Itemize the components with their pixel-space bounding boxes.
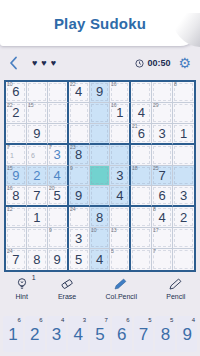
cage-sum: 17: [153, 228, 159, 234]
pencil-note: 1: [10, 151, 14, 158]
hint-label: Hint: [15, 293, 27, 300]
cell-r2c8[interactable]: 1: [173, 124, 194, 145]
numpad-key-4[interactable]: 43: [68, 316, 88, 352]
cell-digit: 6: [159, 189, 166, 202]
cage-sum: 8: [174, 82, 177, 88]
cell-digit: 3: [159, 127, 166, 140]
cell-r0c6[interactable]: [131, 82, 152, 103]
cell-r7c7[interactable]: 17: [152, 228, 173, 249]
cell-r5c5[interactable]: 4: [110, 186, 131, 207]
cell-r6c5[interactable]: [110, 207, 131, 228]
cell-r7c0[interactable]: [6, 228, 27, 249]
cell-r7c5[interactable]: 13: [110, 228, 131, 249]
cage-sum: 24: [70, 207, 76, 213]
numpad-key-2[interactable]: 26: [25, 316, 45, 352]
cell-r0c2[interactable]: [48, 82, 69, 103]
cage-sum: 8: [153, 207, 156, 213]
cell-r4c8[interactable]: [173, 166, 194, 187]
cage-sum: 20: [49, 186, 55, 192]
key-remaining-count: 6: [126, 317, 129, 323]
hint-count-badge: 1: [32, 274, 36, 281]
cell-r6c3[interactable]: 24: [69, 207, 90, 228]
cage-sum: 15: [28, 103, 34, 109]
cage-sum: 13: [111, 228, 117, 234]
cell-r7c3[interactable]: 3: [69, 228, 90, 249]
cage-sum: 18: [132, 166, 138, 172]
cell-r8c4[interactable]: 4: [90, 249, 111, 270]
cell-r0c5[interactable]: 16: [110, 82, 131, 103]
lives: ♥♥♥: [32, 59, 56, 68]
numpad: 162634435766758594: [0, 314, 200, 354]
board: 6104229168222151164299621317163782391524…: [4, 80, 196, 272]
cell-digit: 1: [180, 127, 187, 140]
cell-r2c3[interactable]: [69, 124, 90, 145]
cell-digit: 4: [54, 169, 61, 182]
key-remaining-count: 4: [192, 317, 195, 323]
cell-r4c0[interactable]: 915: [6, 166, 27, 187]
cell-r5c2[interactable]: 520: [48, 186, 69, 207]
hint-button[interactable]: 1 Hint: [15, 277, 29, 300]
key-digit: 6: [117, 326, 126, 343]
cage-sum: 23: [70, 145, 76, 151]
cage-sum: 21: [132, 124, 138, 130]
cell-r7c1[interactable]: [27, 228, 48, 249]
cell-r6c6[interactable]: [131, 207, 152, 228]
key-remaining-count: 5: [170, 317, 173, 323]
cell-digit: 6: [138, 127, 145, 140]
cell-r8c2[interactable]: 9: [48, 249, 69, 270]
cage-sum: 10: [91, 228, 97, 234]
action-bar: 1 Hint Erase Col.Pencil: [0, 274, 200, 312]
cell-digit: 2: [180, 211, 187, 224]
cell-r0c1[interactable]: [27, 82, 48, 103]
cage-sum: 15: [7, 166, 13, 172]
cell-digit: 8: [75, 148, 82, 161]
cell-r3c8[interactable]: [173, 145, 194, 166]
cell-digit: 8: [33, 253, 40, 266]
cell-r5c4[interactable]: [90, 186, 111, 207]
cell-digit: 3: [116, 169, 123, 182]
cell-r0c4[interactable]: 9: [90, 82, 111, 103]
pencil-note: 6: [31, 151, 35, 158]
numpad-key-6[interactable]: 66: [112, 316, 132, 352]
cell-r6c0[interactable]: 12: [6, 207, 27, 228]
page-curl-decoration: [171, 13, 200, 47]
cell-r8c6[interactable]: [131, 249, 152, 270]
key-remaining-count: 3: [83, 317, 86, 323]
key-digit: 4: [74, 326, 83, 343]
cell-r5c1[interactable]: 7: [27, 186, 48, 207]
color-pencil-label: Col.Pencil: [105, 293, 137, 300]
erase-button[interactable]: Erase: [58, 277, 76, 300]
cell-r6c8[interactable]: 2: [173, 207, 194, 228]
key-digit: 2: [30, 326, 39, 343]
cell-r1c3[interactable]: [69, 103, 90, 124]
cell-r2c2[interactable]: [48, 124, 69, 145]
cell-r8c3[interactable]: 5: [69, 249, 90, 270]
cell-r7c4[interactable]: 10: [90, 228, 111, 249]
cell-r5c3[interactable]: 9: [69, 186, 90, 207]
key-remaining-count: 7: [105, 317, 108, 323]
cell-digit: 4: [116, 189, 123, 202]
settings-button[interactable]: ⚙: [178, 56, 191, 70]
cell-r8c1[interactable]: 8: [27, 249, 48, 270]
cell-digit: 7: [159, 169, 166, 182]
cell-digit: 8: [12, 189, 19, 202]
cell-r4c1[interactable]: 2: [27, 166, 48, 187]
cell-digit: 3: [54, 148, 61, 161]
cell-r3c4[interactable]: [90, 145, 111, 166]
cell-r4c7[interactable]: 725: [152, 166, 173, 187]
cell-r8c8[interactable]: [173, 249, 194, 270]
cell-r1c7[interactable]: 29: [152, 103, 173, 124]
numpad-key-3[interactable]: 34: [47, 316, 67, 352]
back-chevron-icon: [9, 56, 18, 70]
key-digit: 9: [182, 326, 191, 343]
cell-digit: 8: [96, 211, 103, 224]
cell-r4c4[interactable]: [90, 166, 111, 187]
cell-digit: 4: [159, 211, 166, 224]
cell-r7c6[interactable]: [131, 228, 152, 249]
key-remaining-count: 6: [17, 317, 20, 323]
cell-digit: 2: [33, 169, 40, 182]
cell-digit: 1: [33, 211, 40, 224]
cage-sum: 7: [49, 145, 52, 151]
cell-r1c6[interactable]: 4: [131, 103, 152, 124]
cage-sum: 25: [153, 166, 159, 172]
numpad-key-5[interactable]: 57: [90, 316, 110, 352]
cell-r3c3[interactable]: 823: [69, 145, 90, 166]
cage-sum: 29: [153, 103, 159, 109]
cell-r8c7[interactable]: 7: [152, 249, 173, 270]
cell-r1c4[interactable]: [90, 103, 111, 124]
page-title: Play Sudoku: [54, 15, 146, 32]
cell-digit: 2: [12, 106, 19, 119]
cell-r6c4[interactable]: 8: [90, 207, 111, 228]
timer-value: 00:50: [147, 58, 170, 68]
heart-icon: ♥: [41, 59, 46, 68]
cell-r1c5[interactable]: 116: [110, 103, 131, 124]
cell-digit: 6: [12, 85, 19, 98]
cell-r5c7[interactable]: 6: [152, 186, 173, 207]
cage-sum: 16: [111, 103, 117, 109]
cell-r5c6[interactable]: [131, 186, 152, 207]
cell-digit: 5: [75, 253, 82, 266]
cage-sum: 7: [153, 249, 156, 255]
cell-r1c8[interactable]: [173, 103, 194, 124]
cage-sum: 9: [49, 228, 52, 234]
cell-r2c7[interactable]: 3: [152, 124, 173, 145]
hint-bulb-icon: 1: [15, 277, 29, 291]
numpad-key-9[interactable]: 94: [177, 316, 197, 352]
cell-r3c7[interactable]: [152, 145, 173, 166]
cage-sum: 22: [70, 82, 76, 88]
cell-r2c4[interactable]: [90, 124, 111, 145]
cell-r7c8[interactable]: [173, 228, 194, 249]
cell-r2c6[interactable]: 621: [131, 124, 152, 145]
cage-sum: 9: [70, 166, 73, 172]
key-digit: 3: [52, 326, 61, 343]
cage-sum: 16: [111, 82, 117, 88]
cage-sum: 7: [7, 145, 10, 151]
cage-sum: 5: [111, 249, 114, 255]
cell-r4c3[interactable]: 9: [69, 166, 90, 187]
cell-digit: 3: [180, 189, 187, 202]
cell-r1c0[interactable]: 222: [6, 103, 27, 124]
key-digit: 1: [8, 326, 17, 343]
cell-r2c0[interactable]: [6, 124, 27, 145]
timer: 00:50: [135, 58, 170, 68]
clock-icon: [135, 59, 144, 68]
cell-r6c2[interactable]: [48, 207, 69, 228]
cell-r0c0[interactable]: 610: [6, 82, 27, 103]
color-pencil-button[interactable]: Col.Pencil: [105, 277, 137, 300]
cage-sum: 10: [7, 82, 13, 88]
cell-r6c1[interactable]: 1: [27, 207, 48, 228]
cage-sum: 22: [7, 103, 13, 109]
cage-sum: 24: [7, 249, 13, 255]
pencil-label: Pencil: [166, 293, 185, 300]
cell-r1c2[interactable]: [48, 103, 69, 124]
cell-r2c1[interactable]: 9: [27, 124, 48, 145]
cell-r5c0[interactable]: 816: [6, 186, 27, 207]
key-digit: 5: [95, 326, 104, 343]
cell-r1c1[interactable]: 15: [27, 103, 48, 124]
cell-r0c7[interactable]: [152, 82, 173, 103]
key-remaining-count: 4: [61, 317, 64, 323]
cell-digit: 9: [33, 127, 40, 140]
cell-r2c5[interactable]: [110, 124, 131, 145]
cell-r3c0[interactable]: 71: [6, 145, 27, 166]
app-screen: Play Sudoku ♥♥♥ 00:50 ⚙ 6104229168222151…: [0, 0, 200, 356]
eraser-icon: [59, 277, 75, 291]
cell-r4c6[interactable]: 18: [131, 166, 152, 187]
cell-digit: 4: [138, 106, 145, 119]
cell-r7c2[interactable]: 9: [48, 228, 69, 249]
cell-r8c0[interactable]: 724: [6, 249, 27, 270]
cell-r3c2[interactable]: 37: [48, 145, 69, 166]
cell-digit: 3: [75, 232, 82, 245]
pencil-icon: [168, 277, 184, 291]
cell-digit: 4: [75, 85, 82, 98]
key-digit: 7: [139, 326, 148, 343]
cell-r4c2[interactable]: 4: [48, 166, 69, 187]
cell-digit: 9: [75, 189, 82, 202]
cell-r3c6[interactable]: [131, 145, 152, 166]
cage-sum: 12: [7, 207, 13, 213]
numpad-key-1[interactable]: 16: [3, 316, 23, 352]
heart-icon: ♥: [51, 59, 56, 68]
cell-r0c3[interactable]: 422: [69, 82, 90, 103]
cell-r4c5[interactable]: 3: [110, 166, 131, 187]
cell-digit: 7: [12, 253, 19, 266]
cell-digit: 9: [96, 85, 103, 98]
numpad-key-8[interactable]: 85: [155, 316, 175, 352]
title-banner: Play Sudoku: [0, 0, 200, 46]
color-pencil-icon: [113, 277, 129, 291]
cage-sum: 16: [7, 186, 13, 192]
cell-r6c7[interactable]: 48: [152, 207, 173, 228]
erase-label: Erase: [58, 293, 76, 300]
cell-r0c8[interactable]: 8: [173, 82, 194, 103]
cell-r3c5[interactable]: [110, 145, 131, 166]
cell-digit: 9: [12, 169, 19, 182]
back-button[interactable]: [9, 56, 18, 70]
pencil-button[interactable]: Pencil: [166, 277, 185, 300]
key-digit: 8: [161, 326, 170, 343]
gear-icon: ⚙: [178, 55, 191, 71]
cell-r3c1[interactable]: 6: [27, 145, 48, 166]
key-remaining-count: 6: [39, 317, 42, 323]
game-toolbar: ♥♥♥ 00:50 ⚙: [0, 50, 200, 76]
cell-r5c8[interactable]: 3: [173, 186, 194, 207]
cell-r8c5[interactable]: 5: [110, 249, 131, 270]
cell-digit: 1: [116, 106, 123, 119]
cell-digit: 7: [33, 189, 40, 202]
key-remaining-count: 5: [148, 317, 151, 323]
cell-digit: 9: [54, 253, 61, 266]
numpad-key-7[interactable]: 75: [134, 316, 154, 352]
heart-icon: ♥: [32, 59, 37, 68]
cell-digit: 4: [96, 253, 103, 266]
